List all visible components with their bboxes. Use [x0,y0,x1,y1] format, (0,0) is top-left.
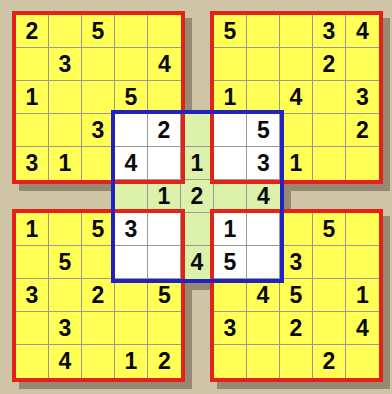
cell-bottom-left-r4c5[interactable] [148,312,181,345]
cell-bottom-right-r4c2[interactable] [247,312,280,345]
cell-bottom-right-r3c1[interactable] [214,279,247,312]
grid-bottom-right: 534513242 [210,209,383,382]
cell-bottom-left-r2c5 [148,246,181,279]
cell-top-left-r1c3: 5 [82,15,115,48]
cell-top-left-r3c1: 1 [16,81,49,114]
cell-bottom-left-r2c4 [115,246,148,279]
cell-top-left-r4c5 [148,114,181,147]
cell-bottom-left-r1c4 [115,213,148,246]
cell-bottom-right-r2c1 [214,246,247,279]
cell-bottom-left-r5c1[interactable] [16,345,49,378]
cell-top-right-r3c5: 3 [346,81,379,114]
cell-bottom-right-r2c4[interactable] [313,246,346,279]
cell-top-left-r1c2[interactable] [49,15,82,48]
cell-top-right-r1c3[interactable] [280,15,313,48]
cell-top-right-r4c4[interactable] [313,114,346,147]
cell-top-left-r4c1[interactable] [16,114,49,147]
cell-top-left-r3c5[interactable] [148,81,181,114]
cell-top-right-r3c2[interactable] [247,81,280,114]
cell-bottom-left-r4c3[interactable] [82,312,115,345]
cell-bottom-right-r5c2[interactable] [247,345,280,378]
cell-bottom-left-r5c2: 4 [49,345,82,378]
samurai-sudoku-board: 254131243145 253415331 534214321 1553253… [0,0,392,394]
cell-bottom-right-r3c3: 5 [280,279,313,312]
cell-top-right-r4c3[interactable] [280,114,313,147]
cell-top-left-r2c3[interactable] [82,48,115,81]
cell-top-right-r4c2 [247,114,280,147]
cell-bottom-right-r5c5[interactable] [346,345,379,378]
cell-top-right-r2c5[interactable] [346,48,379,81]
cell-top-right-r2c2[interactable] [247,48,280,81]
cell-top-right-r5c4[interactable] [313,147,346,180]
grid-bottom-left: 1553253412 [12,209,185,382]
cell-top-right-r2c3[interactable] [280,48,313,81]
cell-bottom-right-r2c5[interactable] [346,246,379,279]
cell-bottom-left-r1c3: 5 [82,213,115,246]
cell-top-left-r4c2[interactable] [49,114,82,147]
cell-bottom-left-r5c3[interactable] [82,345,115,378]
cell-top-left-r5c2: 1 [49,147,82,180]
cell-top-right-r1c5: 4 [346,15,379,48]
cell-top-right-r3c4[interactable] [313,81,346,114]
cell-bottom-right-r1c5[interactable] [346,213,379,246]
cell-bottom-left-r3c5: 5 [148,279,181,312]
cell-bottom-right-r1c1 [214,213,247,246]
cell-top-left-r4c3: 3 [82,114,115,147]
cell-bottom-right-r3c2: 4 [247,279,280,312]
cell-top-left-r5c1: 3 [16,147,49,180]
cell-bottom-right-r4c4[interactable] [313,312,346,345]
cell-top-left-r2c2: 3 [49,48,82,81]
cell-top-left-r5c3[interactable] [82,147,115,180]
cell-bottom-right-r1c4: 5 [313,213,346,246]
cell-top-left-r2c5: 4 [148,48,181,81]
cell-bottom-left-r1c1: 1 [16,213,49,246]
cell-top-right-r1c4: 3 [313,15,346,48]
cell-top-right-r5c1 [214,147,247,180]
grid-top-left: 253415331 [12,11,185,184]
cell-bottom-right-r5c4: 2 [313,345,346,378]
cell-top-left-r5c5 [148,147,181,180]
cell-bottom-left-r4c2: 3 [49,312,82,345]
cell-top-right-r1c1: 5 [214,15,247,48]
cell-top-right-r5c5[interactable] [346,147,379,180]
cell-bottom-right-r3c4[interactable] [313,279,346,312]
cell-top-left-r3c2[interactable] [49,81,82,114]
cell-top-left-r3c4: 5 [115,81,148,114]
cell-bottom-right-r5c1[interactable] [214,345,247,378]
cell-top-right-r5c3: 1 [280,147,313,180]
cell-bottom-left-r1c5 [148,213,181,246]
cell-bottom-right-r2c3: 3 [280,246,313,279]
cell-top-right-r4c5: 2 [346,114,379,147]
cell-top-left-r2c4[interactable] [115,48,148,81]
cell-bottom-right-r1c3[interactable] [280,213,313,246]
cell-bottom-left-r2c1[interactable] [16,246,49,279]
cell-bottom-left-r4c4[interactable] [115,312,148,345]
cell-bottom-left-r3c2[interactable] [49,279,82,312]
cell-bottom-right-r1c2 [247,213,280,246]
cell-top-left-r1c4[interactable] [115,15,148,48]
cell-bottom-left-r3c3: 2 [82,279,115,312]
cell-top-right-r4c1 [214,114,247,147]
cell-top-right-r1c2[interactable] [247,15,280,48]
cell-bottom-left-r2c2: 5 [49,246,82,279]
cell-bottom-right-r4c5: 4 [346,312,379,345]
cell-bottom-left-r1c2[interactable] [49,213,82,246]
cell-bottom-right-r5c3[interactable] [280,345,313,378]
cell-bottom-right-r4c3: 2 [280,312,313,345]
cell-top-left-r1c5[interactable] [148,15,181,48]
cell-bottom-left-r5c5: 2 [148,345,181,378]
cell-top-left-r5c4 [115,147,148,180]
grid-top-right: 534214321 [210,11,383,184]
cell-bottom-right-r4c1: 3 [214,312,247,345]
cell-bottom-right-r3c5: 1 [346,279,379,312]
cell-bottom-left-r3c4[interactable] [115,279,148,312]
cell-top-left-r4c4 [115,114,148,147]
cell-bottom-right-r2c2 [247,246,280,279]
cell-top-right-r3c1: 1 [214,81,247,114]
cell-top-right-r2c1[interactable] [214,48,247,81]
cell-top-right-r3c3: 4 [280,81,313,114]
cell-top-right-r2c4: 2 [313,48,346,81]
cell-top-left-r1c1: 2 [16,15,49,48]
cell-top-right-r5c2 [247,147,280,180]
cell-bottom-left-r3c1: 3 [16,279,49,312]
cell-top-left-r3c3[interactable] [82,81,115,114]
cell-top-left-r2c1[interactable] [16,48,49,81]
cell-bottom-left-r5c4: 1 [115,345,148,378]
cell-bottom-left-r4c1[interactable] [16,312,49,345]
cell-bottom-left-r2c3[interactable] [82,246,115,279]
